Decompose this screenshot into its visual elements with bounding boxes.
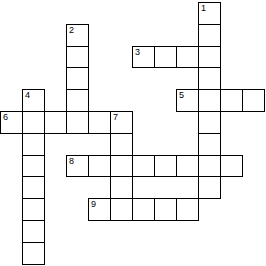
crossword-cell-r4c9[interactable] <box>198 89 221 112</box>
crossword-cell-r4c8[interactable]: 5 <box>176 89 199 112</box>
crossword-cell-r5c2[interactable] <box>44 111 67 134</box>
crossword-cell-r2c6[interactable]: 3 <box>132 46 155 69</box>
crossword-cell-r1c9[interactable] <box>198 24 221 47</box>
crossword-cell-r6c5[interactable] <box>110 133 133 156</box>
crossword-cell-r3c3[interactable] <box>66 67 89 90</box>
crossword-cell-r7c1[interactable] <box>22 155 45 178</box>
crossword-cell-r8c1[interactable] <box>22 176 45 199</box>
crossword-cell-r9c7[interactable] <box>154 198 177 221</box>
crossword-cell-r7c3[interactable]: 8 <box>66 155 89 178</box>
crossword-cell-r7c9[interactable] <box>198 155 221 178</box>
crossword-cell-r7c10[interactable] <box>220 155 243 178</box>
crossword-board: 123456789 <box>0 0 266 266</box>
crossword-cell-r6c9[interactable] <box>198 133 221 156</box>
crossword-cell-r5c3[interactable] <box>66 111 89 134</box>
clue-number-7: 7 <box>113 113 118 121</box>
crossword-cell-r5c4[interactable] <box>88 111 111 134</box>
crossword-cell-r5c5[interactable]: 7 <box>110 111 133 134</box>
crossword-cell-r10c1[interactable] <box>22 220 45 243</box>
crossword-cell-r2c7[interactable] <box>154 46 177 69</box>
crossword-cell-r9c8[interactable] <box>176 198 199 221</box>
crossword-cell-r7c4[interactable] <box>88 155 111 178</box>
crossword-cell-r5c9[interactable] <box>198 111 221 134</box>
clue-number-2: 2 <box>69 26 74 34</box>
crossword-cell-r4c1[interactable]: 4 <box>22 89 45 112</box>
crossword-cell-r11c1[interactable] <box>22 242 45 265</box>
clue-number-9: 9 <box>91 200 96 208</box>
crossword-cell-r8c9[interactable] <box>198 176 221 199</box>
crossword-cell-r7c6[interactable] <box>132 155 155 178</box>
crossword-cell-r2c8[interactable] <box>176 46 199 69</box>
crossword-cell-r2c9[interactable] <box>198 46 221 69</box>
clue-number-5: 5 <box>179 91 184 99</box>
crossword-cell-r1c3[interactable]: 2 <box>66 24 89 47</box>
crossword-cell-r3c9[interactable] <box>198 67 221 90</box>
crossword-cell-r5c0[interactable]: 6 <box>0 111 23 134</box>
crossword-cell-r8c5[interactable] <box>110 176 133 199</box>
clue-number-1: 1 <box>201 4 206 12</box>
crossword-cell-r5c1[interactable] <box>22 111 45 134</box>
crossword-cell-r4c3[interactable] <box>66 89 89 112</box>
crossword-cell-r0c9[interactable]: 1 <box>198 2 221 25</box>
crossword-cell-r7c7[interactable] <box>154 155 177 178</box>
clue-number-4: 4 <box>25 91 30 99</box>
crossword-cell-r6c1[interactable] <box>22 133 45 156</box>
crossword-cell-r2c3[interactable] <box>66 46 89 69</box>
clue-number-3: 3 <box>135 48 140 56</box>
crossword-cell-r7c5[interactable] <box>110 155 133 178</box>
clue-number-6: 6 <box>3 113 8 121</box>
crossword-cell-r7c8[interactable] <box>176 155 199 178</box>
crossword-cell-r4c10[interactable] <box>220 89 243 112</box>
crossword-cell-r9c5[interactable] <box>110 198 133 221</box>
crossword-cell-r9c6[interactable] <box>132 198 155 221</box>
crossword-cell-r9c1[interactable] <box>22 198 45 221</box>
crossword-cell-r4c11[interactable] <box>242 89 265 112</box>
crossword-cell-r9c4[interactable]: 9 <box>88 198 111 221</box>
clue-number-8: 8 <box>69 157 74 165</box>
